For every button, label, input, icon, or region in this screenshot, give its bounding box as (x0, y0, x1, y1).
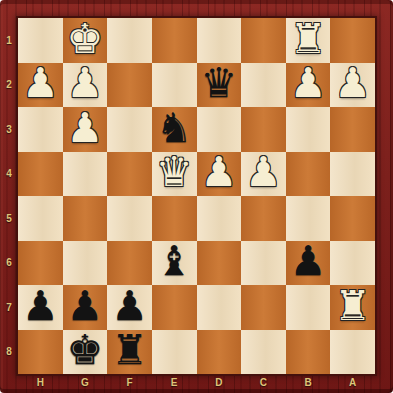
square-a2[interactable]: ♟ (330, 63, 375, 108)
square-f7[interactable]: ♟ (107, 285, 152, 330)
square-g4[interactable] (63, 152, 108, 197)
square-b7[interactable] (286, 285, 331, 330)
square-b3[interactable] (286, 107, 331, 152)
square-e8[interactable] (152, 330, 197, 375)
square-g8[interactable]: ♚ (63, 330, 108, 375)
file-label-g: G (63, 374, 108, 393)
square-d7[interactable] (197, 285, 242, 330)
rank-label-5: 5 (0, 196, 18, 241)
square-b4[interactable] (286, 152, 331, 197)
chessboard: ♚♜♟♟♛♟♟♟♞♛♟♟♝♟♟♟♟♜♚♜ 12345678 HGFEDCBA (0, 0, 393, 393)
square-e7[interactable] (152, 285, 197, 330)
square-e1[interactable] (152, 18, 197, 63)
black-queen-d2: ♛ (200, 63, 237, 104)
file-label-d: D (197, 374, 242, 393)
square-b2[interactable]: ♟ (286, 63, 331, 108)
square-g7[interactable]: ♟ (63, 285, 108, 330)
square-h4[interactable] (18, 152, 63, 197)
square-f2[interactable] (107, 63, 152, 108)
square-c8[interactable] (241, 330, 286, 375)
square-a1[interactable] (330, 18, 375, 63)
white-pawn-d4: ♟ (200, 152, 237, 193)
white-king-g1: ♚ (67, 19, 104, 60)
black-pawn-g7: ♟ (67, 286, 104, 327)
square-c6[interactable] (241, 241, 286, 286)
black-pawn-b6: ♟ (290, 241, 327, 282)
square-a7[interactable]: ♜ (330, 285, 375, 330)
square-e6[interactable]: ♝ (152, 241, 197, 286)
square-b1[interactable]: ♜ (286, 18, 331, 63)
square-g6[interactable] (63, 241, 108, 286)
square-e4[interactable]: ♛ (152, 152, 197, 197)
square-d2[interactable]: ♛ (197, 63, 242, 108)
square-a5[interactable] (330, 196, 375, 241)
square-g1[interactable]: ♚ (63, 18, 108, 63)
file-label-e: E (152, 374, 197, 393)
square-d6[interactable] (197, 241, 242, 286)
square-c7[interactable] (241, 285, 286, 330)
square-c1[interactable] (241, 18, 286, 63)
file-label-h: H (18, 374, 63, 393)
square-a6[interactable] (330, 241, 375, 286)
black-rook-f8: ♜ (111, 330, 148, 371)
black-pawn-f7: ♟ (111, 286, 148, 327)
rank-labels: 12345678 (0, 18, 18, 374)
square-d8[interactable] (197, 330, 242, 375)
square-g3[interactable]: ♟ (63, 107, 108, 152)
square-b5[interactable] (286, 196, 331, 241)
square-h3[interactable] (18, 107, 63, 152)
square-c5[interactable] (241, 196, 286, 241)
square-e5[interactable] (152, 196, 197, 241)
square-g5[interactable] (63, 196, 108, 241)
square-g2[interactable]: ♟ (63, 63, 108, 108)
square-b8[interactable] (286, 330, 331, 375)
rank-label-6: 6 (0, 241, 18, 286)
square-a8[interactable] (330, 330, 375, 375)
file-label-f: F (107, 374, 152, 393)
square-h5[interactable] (18, 196, 63, 241)
square-c3[interactable] (241, 107, 286, 152)
square-h8[interactable] (18, 330, 63, 375)
white-pawn-b2: ♟ (290, 63, 327, 104)
square-e3[interactable]: ♞ (152, 107, 197, 152)
file-label-c: C (241, 374, 286, 393)
square-d1[interactable] (197, 18, 242, 63)
square-c2[interactable] (241, 63, 286, 108)
black-king-g8: ♚ (67, 330, 104, 371)
square-c4[interactable]: ♟ (241, 152, 286, 197)
square-e2[interactable] (152, 63, 197, 108)
square-b6[interactable]: ♟ (286, 241, 331, 286)
black-pawn-h7: ♟ (22, 286, 59, 327)
square-h6[interactable] (18, 241, 63, 286)
rank-label-7: 7 (0, 285, 18, 330)
square-a4[interactable] (330, 152, 375, 197)
square-d5[interactable] (197, 196, 242, 241)
rank-label-8: 8 (0, 330, 18, 375)
square-f3[interactable] (107, 107, 152, 152)
white-queen-e4: ♛ (156, 152, 193, 193)
rank-label-3: 3 (0, 107, 18, 152)
file-label-a: A (330, 374, 375, 393)
square-f8[interactable]: ♜ (107, 330, 152, 375)
white-pawn-g3: ♟ (67, 108, 104, 149)
white-rook-a7: ♜ (334, 286, 371, 327)
white-pawn-a2: ♟ (334, 63, 371, 104)
rank-label-4: 4 (0, 152, 18, 197)
black-knight-e3: ♞ (156, 108, 193, 149)
square-h2[interactable]: ♟ (18, 63, 63, 108)
square-f5[interactable] (107, 196, 152, 241)
file-labels: HGFEDCBA (18, 374, 375, 393)
square-h1[interactable] (18, 18, 63, 63)
square-a3[interactable] (330, 107, 375, 152)
square-f4[interactable] (107, 152, 152, 197)
square-f1[interactable] (107, 18, 152, 63)
white-pawn-c4: ♟ (245, 152, 282, 193)
file-label-b: B (286, 374, 331, 393)
board-grid: ♚♜♟♟♛♟♟♟♞♛♟♟♝♟♟♟♟♜♚♜ (18, 18, 375, 374)
square-f6[interactable] (107, 241, 152, 286)
rank-label-1: 1 (0, 18, 18, 63)
square-h7[interactable]: ♟ (18, 285, 63, 330)
square-d4[interactable]: ♟ (197, 152, 242, 197)
white-rook-b1: ♜ (290, 19, 327, 60)
white-pawn-h2: ♟ (22, 63, 59, 104)
black-bishop-e6: ♝ (156, 241, 193, 282)
square-d3[interactable] (197, 107, 242, 152)
rank-label-2: 2 (0, 63, 18, 108)
white-pawn-g2: ♟ (67, 63, 104, 104)
